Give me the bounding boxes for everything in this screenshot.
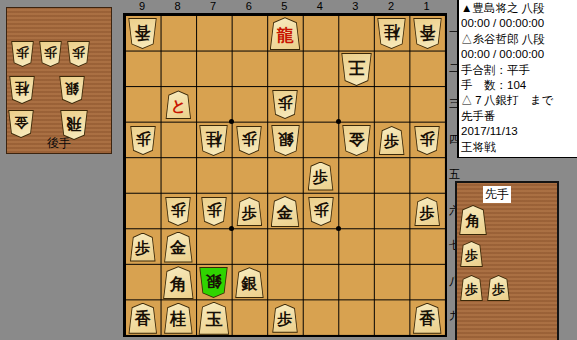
piece-kanji: 歩 — [460, 275, 483, 301]
captured-piece[interactable]: 歩 — [67, 41, 90, 67]
sente-tray-label: 先手 — [483, 186, 511, 203]
piece-kanji: 歩 — [308, 197, 334, 226]
piece-kanji: 歩 — [165, 197, 191, 226]
star-point — [336, 226, 341, 231]
piece-kanji: 龍 — [270, 17, 301, 50]
piece-kanji: 玉 — [198, 302, 229, 335]
piece-kanji: 歩 — [130, 233, 156, 262]
file-label: 1 — [423, 0, 429, 13]
piece-kanji: 金 — [342, 125, 371, 156]
file-label: 7 — [210, 0, 216, 13]
app-window: 歩歩歩桂銀金飛 後手 987654321 一二三四五六七八九 香龍桂香王と歩歩桂… — [0, 0, 577, 340]
piece-kanji: 桂 — [9, 76, 35, 104]
piece-kanji: 桂 — [377, 18, 406, 49]
shogi-piece[interactable]: 歩 — [236, 126, 262, 155]
star-point — [229, 119, 234, 124]
piece-kanji: 歩 — [39, 41, 62, 67]
file-label: 5 — [281, 0, 287, 13]
info-line: △糸谷哲郎 八段 — [461, 32, 575, 47]
piece-kanji: 歩 — [414, 197, 440, 226]
shogi-piece[interactable]: 歩 — [308, 197, 334, 226]
shogi-piece[interactable]: 歩 — [272, 304, 298, 333]
piece-kanji: 歩 — [236, 126, 262, 155]
piece-kanji: 銀 — [235, 267, 264, 298]
piece-kanji: 香 — [413, 303, 442, 334]
captured-piece[interactable]: 角 — [459, 205, 487, 235]
game-info-panel: ▲豊島将之 八段00:00 / 00:00:00△糸谷哲郎 八段00:00 / … — [457, 0, 577, 158]
piece-kanji: 歩 — [272, 304, 298, 333]
shogi-piece[interactable]: 桂 — [199, 125, 228, 156]
info-line: 先手番 — [461, 109, 575, 124]
shogi-piece[interactable]: 歩 — [414, 197, 440, 226]
shogi-piece[interactable]: 銀 — [199, 267, 228, 298]
piece-kanji: 歩 — [130, 126, 156, 155]
shogi-piece[interactable]: 歩 — [130, 233, 156, 262]
piece-kanji: 歩 — [308, 162, 334, 191]
shogi-piece[interactable]: 銀 — [271, 125, 300, 156]
piece-kanji: 金 — [271, 196, 300, 227]
shogi-piece[interactable]: 歩 — [165, 197, 191, 226]
shogi-piece[interactable]: 歩 — [272, 90, 298, 119]
piece-kanji: 歩 — [11, 41, 34, 67]
shogi-piece[interactable]: 歩 — [130, 126, 156, 155]
shogi-piece[interactable]: と — [165, 90, 191, 119]
piece-kanji: 桂 — [164, 303, 193, 334]
info-line: 手 数：104 — [461, 78, 575, 93]
piece-kanji: 歩 — [67, 41, 90, 67]
sente-captured-tray: 角歩歩歩 先手 — [455, 181, 559, 340]
piece-kanji: 歩 — [460, 241, 483, 267]
star-point — [229, 226, 234, 231]
piece-kanji: 歩 — [487, 275, 510, 301]
captured-piece[interactable]: 桂 — [9, 76, 35, 104]
shogi-piece[interactable]: 龍 — [270, 17, 301, 50]
piece-kanji: 銀 — [271, 125, 300, 156]
piece-kanji: 銀 — [59, 76, 85, 104]
piece-kanji: 歩 — [379, 126, 405, 155]
shogi-piece[interactable]: 桂 — [164, 303, 193, 334]
piece-kanji: 歩 — [272, 90, 298, 119]
shogi-piece[interactable]: 角 — [163, 266, 194, 299]
file-coordinate-labels: 987654321 — [123, 0, 447, 13]
info-line: 00:00 / 00:00:00 — [461, 16, 575, 31]
piece-kanji: 歩 — [414, 126, 440, 155]
piece-kanji: 香 — [128, 303, 157, 334]
piece-kanji: 歩 — [236, 197, 262, 226]
piece-kanji: と — [165, 90, 191, 119]
info-line: 手合割：平手 — [461, 63, 575, 78]
shogi-piece[interactable]: 香 — [413, 303, 442, 334]
file-label: 4 — [317, 0, 323, 13]
shogi-piece[interactable]: 金 — [342, 125, 371, 156]
gote-tray-label: 後手 — [7, 135, 111, 152]
info-line: 王将戦 — [461, 140, 575, 155]
piece-kanji: 香 — [128, 18, 157, 49]
shogi-piece[interactable]: 歩 — [201, 197, 227, 226]
piece-kanji: 王 — [341, 53, 372, 86]
shogi-piece[interactable]: 歩 — [414, 126, 440, 155]
file-label: 2 — [388, 0, 394, 13]
piece-kanji: 歩 — [201, 197, 227, 226]
captured-piece[interactable]: 歩 — [11, 41, 34, 67]
shogi-piece[interactable]: 銀 — [235, 267, 264, 298]
shogi-piece[interactable]: 王 — [341, 53, 372, 86]
info-line: ▲豊島将之 八段 — [461, 1, 575, 16]
captured-piece[interactable]: 歩 — [460, 275, 483, 301]
piece-kanji: 金 — [164, 232, 193, 263]
shogi-board[interactable]: 香龍桂香王と歩歩桂歩銀金歩歩歩歩歩歩金歩歩歩金角銀銀香桂玉歩香 — [123, 13, 447, 337]
piece-kanji: 銀 — [199, 267, 228, 298]
file-label: 9 — [139, 0, 145, 13]
piece-kanji: 角 — [459, 205, 487, 235]
rank-label: 五 — [449, 167, 460, 182]
star-point — [336, 119, 341, 124]
captured-piece[interactable]: 歩 — [487, 275, 510, 301]
shogi-piece[interactable]: 玉 — [198, 302, 229, 335]
gote-captured-tray: 歩歩歩桂銀金飛 後手 — [6, 7, 112, 154]
shogi-piece[interactable]: 桂 — [377, 18, 406, 49]
shogi-piece[interactable]: 歩 — [308, 162, 334, 191]
shogi-piece[interactable]: 香 — [413, 18, 442, 49]
file-label: 6 — [246, 0, 252, 13]
piece-kanji: 角 — [163, 266, 194, 299]
file-label: 8 — [175, 0, 181, 13]
captured-piece[interactable]: 金 — [8, 110, 34, 138]
piece-kanji: 金 — [8, 110, 34, 138]
shogi-piece[interactable]: 香 — [128, 303, 157, 334]
info-line: 2017/11/13 — [461, 124, 575, 139]
captured-piece[interactable]: 歩 — [39, 41, 62, 67]
file-label: 3 — [352, 0, 358, 13]
piece-kanji: 香 — [413, 18, 442, 49]
shogi-piece[interactable]: 歩 — [379, 126, 405, 155]
piece-kanji: 桂 — [199, 125, 228, 156]
shogi-piece[interactable]: 金 — [271, 196, 300, 227]
shogi-piece[interactable]: 歩 — [236, 197, 262, 226]
captured-piece[interactable]: 銀 — [59, 76, 85, 104]
info-line: 00:00 / 00:00:00 — [461, 47, 575, 62]
info-line: △７八銀打 まで — [461, 93, 575, 108]
captured-piece[interactable]: 歩 — [460, 241, 483, 267]
shogi-piece[interactable]: 金 — [164, 232, 193, 263]
shogi-piece[interactable]: 香 — [128, 18, 157, 49]
